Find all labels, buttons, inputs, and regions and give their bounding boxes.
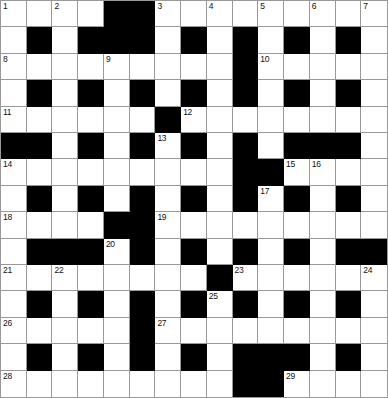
cell-r3c2[interactable]	[52, 80, 78, 106]
black-cell-r13c5	[130, 344, 156, 370]
cell-r14c11[interactable]: 29	[284, 371, 310, 397]
cell-r12c2[interactable]	[52, 318, 78, 344]
cell-r3c4[interactable]	[104, 80, 130, 106]
clue-number: 16	[312, 159, 321, 169]
cell-r13c0[interactable]	[1, 344, 27, 370]
black-cell-r1c13	[336, 27, 362, 53]
black-cell-r8c5	[130, 212, 156, 238]
cell-r10c3[interactable]	[78, 265, 104, 291]
black-cell-r9c14	[361, 239, 387, 265]
cell-r11c0[interactable]	[1, 291, 27, 317]
cell-r7c4[interactable]	[104, 186, 130, 212]
cell-r2c4[interactable]: 9	[104, 54, 130, 80]
cell-r8c1[interactable]	[27, 212, 53, 238]
black-cell-r11c1	[27, 291, 53, 317]
cell-r7c8[interactable]	[207, 186, 233, 212]
cell-r9c8[interactable]	[207, 239, 233, 265]
cell-r14c7[interactable]	[181, 371, 207, 397]
cell-r6c13[interactable]	[336, 159, 362, 185]
black-cell-r1c9	[233, 27, 259, 53]
black-cell-r11c5	[130, 291, 156, 317]
black-cell-r7c3	[78, 186, 104, 212]
cell-r4c2[interactable]	[52, 107, 78, 133]
cell-r12c11[interactable]	[284, 318, 310, 344]
cell-r0c12[interactable]: 6	[310, 1, 336, 27]
black-cell-r5c3	[78, 133, 104, 159]
black-cell-r12c5	[130, 318, 156, 344]
cell-r6c8[interactable]	[207, 159, 233, 185]
cell-r12c12[interactable]	[310, 318, 336, 344]
cell-r0c3[interactable]	[78, 1, 104, 27]
cell-r10c13[interactable]	[336, 265, 362, 291]
clue-number: 21	[3, 265, 12, 275]
black-cell-r7c13	[336, 186, 362, 212]
cell-r3c6[interactable]	[155, 80, 181, 106]
black-cell-r6c10	[258, 159, 284, 185]
black-cell-r3c13	[336, 80, 362, 106]
cell-r3c8[interactable]	[207, 80, 233, 106]
clue-number: 29	[286, 371, 295, 381]
clue-number: 17	[260, 186, 269, 196]
black-cell-r13c9	[233, 344, 259, 370]
cell-r0c8[interactable]: 4	[207, 1, 233, 27]
cell-r7c6[interactable]	[155, 186, 181, 212]
cell-r8c7[interactable]	[181, 212, 207, 238]
cell-r12c13[interactable]	[336, 318, 362, 344]
cell-r4c12[interactable]	[310, 107, 336, 133]
black-cell-r9c7	[181, 239, 207, 265]
cell-r5c14[interactable]	[361, 133, 387, 159]
cell-r13c6[interactable]	[155, 344, 181, 370]
cell-r2c14[interactable]	[361, 54, 387, 80]
cell-r0c0[interactable]: 1	[1, 1, 27, 27]
black-cell-r3c5	[130, 80, 156, 106]
black-cell-r9c5	[130, 239, 156, 265]
black-cell-r1c1	[27, 27, 53, 53]
clue-number: 5	[260, 1, 264, 11]
clue-number: 9	[106, 54, 110, 64]
cell-r4c9[interactable]	[233, 107, 259, 133]
cell-r8c6[interactable]: 19	[155, 212, 181, 238]
black-cell-r1c5	[130, 27, 156, 53]
cell-r6c2[interactable]	[52, 159, 78, 185]
black-cell-r11c13	[336, 291, 362, 317]
cell-r0c2[interactable]: 2	[52, 1, 78, 27]
black-cell-r11c11	[284, 291, 310, 317]
clue-number: 23	[235, 265, 244, 275]
cell-r1c8[interactable]	[207, 27, 233, 53]
clue-number: 4	[209, 1, 213, 11]
cell-r4c13[interactable]	[336, 107, 362, 133]
cell-r7c0[interactable]	[1, 186, 27, 212]
cell-r9c6[interactable]	[155, 239, 181, 265]
cell-r2c2[interactable]	[52, 54, 78, 80]
cell-r0c11[interactable]	[284, 1, 310, 27]
cell-r6c14[interactable]	[361, 159, 387, 185]
cell-r10c10[interactable]	[258, 265, 284, 291]
cell-r0c7[interactable]	[181, 1, 207, 27]
cell-r4c1[interactable]	[27, 107, 53, 133]
cell-r2c12[interactable]	[310, 54, 336, 80]
cell-r6c5[interactable]	[130, 159, 156, 185]
cell-r13c2[interactable]	[52, 344, 78, 370]
cell-r8c3[interactable]	[78, 212, 104, 238]
cell-r14c2[interactable]	[52, 371, 78, 397]
cell-r12c6[interactable]: 27	[155, 318, 181, 344]
black-cell-r13c10	[258, 344, 284, 370]
cell-r11c2[interactable]	[52, 291, 78, 317]
cell-r12c3[interactable]	[78, 318, 104, 344]
black-cell-r7c1	[27, 186, 53, 212]
black-cell-r0c4	[104, 1, 130, 27]
cell-r2c6[interactable]	[155, 54, 181, 80]
cell-r1c6[interactable]	[155, 27, 181, 53]
clue-number: 26	[3, 318, 12, 328]
black-cell-r13c1	[27, 344, 53, 370]
black-cell-r3c7	[181, 80, 207, 106]
cell-r8c12[interactable]	[310, 212, 336, 238]
black-cell-r13c3	[78, 344, 104, 370]
cell-r2c11[interactable]	[284, 54, 310, 80]
clue-number: 22	[54, 265, 63, 275]
black-cell-r2c9	[233, 54, 259, 80]
cell-r6c0[interactable]: 14	[1, 159, 27, 185]
cell-r11c6[interactable]	[155, 291, 181, 317]
clue-number: 24	[363, 265, 372, 275]
cell-r0c14[interactable]: 7	[361, 1, 387, 27]
cell-r4c3[interactable]	[78, 107, 104, 133]
cell-r5c4[interactable]	[104, 133, 130, 159]
cell-r12c4[interactable]	[104, 318, 130, 344]
cell-r6c11[interactable]: 15	[284, 159, 310, 185]
clue-number: 15	[286, 159, 295, 169]
clue-number: 3	[157, 1, 161, 11]
clue-number: 1	[3, 1, 7, 11]
cell-r12c1[interactable]	[27, 318, 53, 344]
black-cell-r5c11	[284, 133, 310, 159]
cell-r6c4[interactable]	[104, 159, 130, 185]
cell-r12c9[interactable]	[233, 318, 259, 344]
cell-r9c10[interactable]	[258, 239, 284, 265]
clue-number: 12	[183, 107, 192, 117]
cell-r4c5[interactable]	[130, 107, 156, 133]
clue-number: 18	[3, 212, 12, 222]
cell-r14c14[interactable]	[361, 371, 387, 397]
cell-r4c7[interactable]: 12	[181, 107, 207, 133]
cell-r6c12[interactable]: 16	[310, 159, 336, 185]
cell-r9c12[interactable]	[310, 239, 336, 265]
cell-r7c14[interactable]	[361, 186, 387, 212]
black-cell-r14c10	[258, 371, 284, 397]
cell-r11c4[interactable]	[104, 291, 130, 317]
black-cell-r1c7	[181, 27, 207, 53]
cell-r9c0[interactable]	[1, 239, 27, 265]
black-cell-r8c4	[104, 212, 130, 238]
cell-r2c0[interactable]: 8	[1, 54, 27, 80]
cell-r14c1[interactable]	[27, 371, 53, 397]
cell-r10c14[interactable]: 24	[361, 265, 387, 291]
cell-r10c9[interactable]: 23	[233, 265, 259, 291]
black-cell-r13c11	[284, 344, 310, 370]
black-cell-r11c9	[233, 291, 259, 317]
cell-r1c14[interactable]	[361, 27, 387, 53]
cell-r3c14[interactable]	[361, 80, 387, 106]
cell-r0c13[interactable]	[336, 1, 362, 27]
cell-r10c5[interactable]	[130, 265, 156, 291]
cell-r5c8[interactable]	[207, 133, 233, 159]
cell-r12c7[interactable]	[181, 318, 207, 344]
cell-r12c8[interactable]	[207, 318, 233, 344]
cell-r8c11[interactable]	[284, 212, 310, 238]
clue-number: 7	[363, 1, 367, 11]
clue-number: 13	[157, 133, 166, 143]
cell-r11c8[interactable]: 25	[207, 291, 233, 317]
black-cell-r4c6	[155, 107, 181, 133]
black-cell-r5c0	[1, 133, 27, 159]
cell-r4c4[interactable]	[104, 107, 130, 133]
black-cell-r9c3	[78, 239, 104, 265]
cell-r2c8[interactable]	[207, 54, 233, 80]
cell-r6c1[interactable]	[27, 159, 53, 185]
cell-r4c11[interactable]	[284, 107, 310, 133]
cell-r2c5[interactable]	[130, 54, 156, 80]
black-cell-r7c9	[233, 186, 259, 212]
cell-r10c7[interactable]	[181, 265, 207, 291]
cell-r8c10[interactable]	[258, 212, 284, 238]
clue-number: 2	[54, 1, 58, 11]
cell-r14c6[interactable]	[155, 371, 181, 397]
black-cell-r5c9	[233, 133, 259, 159]
cell-r10c4[interactable]	[104, 265, 130, 291]
clue-number: 28	[3, 371, 12, 381]
black-cell-r13c7	[181, 344, 207, 370]
cell-r12c14[interactable]	[361, 318, 387, 344]
black-cell-r6c9	[233, 159, 259, 185]
cell-r6c6[interactable]	[155, 159, 181, 185]
cell-r4c8[interactable]	[207, 107, 233, 133]
cell-r14c8[interactable]	[207, 371, 233, 397]
cell-r13c14[interactable]	[361, 344, 387, 370]
cell-r10c1[interactable]	[27, 265, 53, 291]
cell-r4c0[interactable]: 11	[1, 107, 27, 133]
cell-r2c10[interactable]: 10	[258, 54, 284, 80]
cell-r13c4[interactable]	[104, 344, 130, 370]
clue-number: 10	[260, 54, 269, 64]
black-cell-r14c9	[233, 371, 259, 397]
cell-r10c12[interactable]	[310, 265, 336, 291]
cell-r0c9[interactable]	[233, 1, 259, 27]
cell-r3c10[interactable]	[258, 80, 284, 106]
cell-r6c7[interactable]	[181, 159, 207, 185]
black-cell-r5c7	[181, 133, 207, 159]
cell-r2c1[interactable]	[27, 54, 53, 80]
cell-r13c8[interactable]	[207, 344, 233, 370]
cell-r4c10[interactable]	[258, 107, 284, 133]
black-cell-r7c5	[130, 186, 156, 212]
cell-r3c0[interactable]	[1, 80, 27, 106]
cell-r2c3[interactable]	[78, 54, 104, 80]
cell-r11c12[interactable]	[310, 291, 336, 317]
black-cell-r11c7	[181, 291, 207, 317]
cell-r5c2[interactable]	[52, 133, 78, 159]
cell-r7c12[interactable]	[310, 186, 336, 212]
cell-r14c4[interactable]	[104, 371, 130, 397]
cell-r12c0[interactable]: 26	[1, 318, 27, 344]
cell-r8c2[interactable]	[52, 212, 78, 238]
cell-r5c10[interactable]	[258, 133, 284, 159]
clue-number: 8	[3, 54, 7, 64]
cell-r0c6[interactable]: 3	[155, 1, 181, 27]
black-cell-r5c1	[27, 133, 53, 159]
cell-r1c2[interactable]	[52, 27, 78, 53]
cell-r10c2[interactable]: 22	[52, 265, 78, 291]
cell-r14c12[interactable]	[310, 371, 336, 397]
black-cell-r9c2	[52, 239, 78, 265]
clue-number: 14	[3, 159, 12, 169]
cell-r7c2[interactable]	[52, 186, 78, 212]
cell-r12c10[interactable]	[258, 318, 284, 344]
cell-r10c11[interactable]	[284, 265, 310, 291]
cell-r1c0[interactable]	[1, 27, 27, 53]
black-cell-r5c13	[336, 133, 362, 159]
black-cell-r1c11	[284, 27, 310, 53]
cell-r8c0[interactable]: 18	[1, 212, 27, 238]
black-cell-r5c5	[130, 133, 156, 159]
black-cell-r5c12	[310, 133, 336, 159]
black-cell-r7c11	[284, 186, 310, 212]
black-cell-r10c8	[207, 265, 233, 291]
cell-r9c4[interactable]: 20	[104, 239, 130, 265]
cell-r14c5[interactable]	[130, 371, 156, 397]
clue-number: 25	[209, 291, 218, 301]
cell-r10c6[interactable]	[155, 265, 181, 291]
cell-r11c14[interactable]	[361, 291, 387, 317]
cell-r8c8[interactable]	[207, 212, 233, 238]
cell-r3c12[interactable]	[310, 80, 336, 106]
cell-r14c3[interactable]	[78, 371, 104, 397]
black-cell-r1c3	[78, 27, 104, 53]
black-cell-r1c4	[104, 27, 130, 53]
cell-r4c14[interactable]	[361, 107, 387, 133]
black-cell-r3c11	[284, 80, 310, 106]
cell-r13c12[interactable]	[310, 344, 336, 370]
black-cell-r9c13	[336, 239, 362, 265]
cell-r14c13[interactable]	[336, 371, 362, 397]
cell-r8c14[interactable]	[361, 212, 387, 238]
clue-number: 11	[3, 107, 11, 117]
cell-r1c10[interactable]	[258, 27, 284, 53]
clue-number: 27	[157, 318, 166, 328]
black-cell-r3c3	[78, 80, 104, 106]
clue-number: 6	[312, 1, 316, 11]
cell-r2c7[interactable]	[181, 54, 207, 80]
cell-r8c9[interactable]	[233, 212, 259, 238]
cell-r2c13[interactable]	[336, 54, 362, 80]
cell-r7c10[interactable]: 17	[258, 186, 284, 212]
black-cell-r3c1	[27, 80, 53, 106]
cell-r8c13[interactable]	[336, 212, 362, 238]
black-cell-r3c9	[233, 80, 259, 106]
cell-r11c10[interactable]	[258, 291, 284, 317]
cell-r5c6[interactable]: 13	[155, 133, 181, 159]
cell-r1c12[interactable]	[310, 27, 336, 53]
black-cell-r0c5	[130, 1, 156, 27]
black-cell-r9c9	[233, 239, 259, 265]
clue-number: 20	[106, 239, 115, 249]
black-cell-r9c1	[27, 239, 53, 265]
black-cell-r7c7	[181, 186, 207, 212]
black-cell-r9c11	[284, 239, 310, 265]
black-cell-r13c13	[336, 344, 362, 370]
cell-r10c0[interactable]: 21	[1, 265, 27, 291]
cell-r0c10[interactable]: 5	[258, 1, 284, 27]
cell-r0c1[interactable]	[27, 1, 53, 27]
cell-r14c0[interactable]: 28	[1, 371, 27, 397]
crossword-grid: 1234567891011121314151617181920212223242…	[0, 0, 388, 398]
cell-r6c3[interactable]	[78, 159, 104, 185]
clue-number: 19	[157, 212, 166, 222]
black-cell-r11c3	[78, 291, 104, 317]
